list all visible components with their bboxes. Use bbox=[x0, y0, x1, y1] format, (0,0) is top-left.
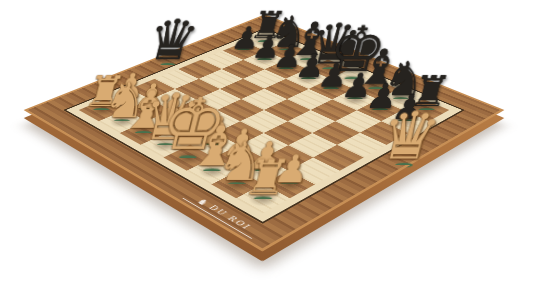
white-spare-queen-glyph: ♛ bbox=[375, 103, 434, 169]
board-perspective-wrapper: ♜♞♝♛♚♝♞♜♟♟♟♟♟♟♟♟♟♟♟♟♟♟♟♟♜♞♝♛♚♝♞♜ ♞ DU RO… bbox=[94, 0, 434, 280]
white-rook-glyph: ♜ bbox=[241, 154, 284, 202]
black-spare-queen-glyph: ♛ bbox=[143, 12, 193, 67]
chess-board: ♜♞♝♛♚♝♞♜♟♟♟♟♟♟♟♟♟♟♟♟♟♟♟♟♜♞♝♛♚♝♞♜ ♞ DU RO… bbox=[24, 14, 505, 251]
chess-set-product-photo: ♜♞♝♛♚♝♞♜♟♟♟♟♟♟♟♟♟♟♟♟♟♟♟♟♜♞♝♛♚♝♞♜ ♞ DU RO… bbox=[0, 0, 533, 284]
knight-icon: ♞ bbox=[193, 197, 212, 207]
